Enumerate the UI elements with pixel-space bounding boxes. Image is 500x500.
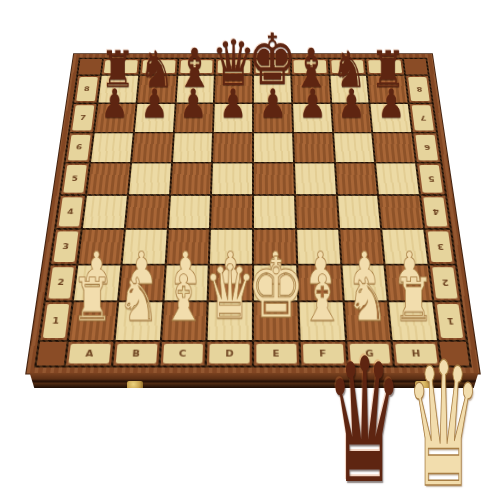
square-b5[interactable] — [129, 164, 171, 195]
coordinate-label: C — [162, 344, 203, 364]
brass-hinge-icon — [127, 381, 143, 390]
square-a7[interactable]: ♟ — [95, 104, 135, 132]
square-d5[interactable] — [212, 164, 252, 195]
light-king[interactable]: ♚ — [247, 246, 305, 330]
dark-pawn[interactable]: ♟ — [378, 84, 406, 124]
dark-pawn[interactable]: ♟ — [180, 84, 208, 124]
square-g7[interactable]: ♟ — [332, 104, 372, 132]
square-c6[interactable] — [173, 133, 213, 162]
square-c5[interactable] — [171, 164, 212, 195]
square-e6[interactable] — [254, 133, 293, 162]
coordinate-label: 5 — [63, 165, 86, 192]
dark-pawn[interactable]: ♟ — [298, 84, 326, 124]
square-a6[interactable] — [91, 133, 133, 162]
coordinate-label: 1 — [43, 304, 69, 338]
coordinate-label: 5 — [419, 165, 442, 192]
coordinate-label: 4 — [59, 197, 83, 226]
rank-label-right-5: 5 — [417, 164, 445, 195]
light-bishop[interactable]: ♝ — [162, 266, 207, 330]
coordinate-label: 4 — [423, 197, 447, 226]
rank-label-left-6: 6 — [66, 133, 93, 162]
rank-label-left-5: 5 — [61, 164, 89, 195]
square-a1[interactable]: ♜ — [69, 302, 117, 339]
square-f5[interactable] — [295, 164, 336, 195]
coordinate-label: 2 — [432, 267, 458, 299]
coordinate-label: 6 — [415, 134, 438, 160]
rank-label-right-7: 7 — [410, 104, 436, 132]
rank-label-right-3: 3 — [425, 230, 454, 264]
coordinate-label: 2 — [48, 267, 74, 299]
coordinate-label: 7 — [72, 105, 94, 130]
square-a4[interactable] — [83, 196, 127, 228]
coordinate-label: 3 — [428, 231, 453, 261]
file-label-bottom-a: A — [66, 342, 113, 366]
square-b4[interactable] — [126, 196, 169, 228]
rank-label-right-6: 6 — [413, 133, 440, 162]
square-d4[interactable] — [211, 196, 252, 228]
dark-pawn[interactable]: ♟ — [259, 84, 287, 124]
square-b7[interactable]: ♟ — [135, 104, 175, 132]
square-f4[interactable] — [296, 196, 338, 228]
frame-corner — [404, 59, 428, 74]
rank-label-left-7: 7 — [70, 104, 96, 132]
file-label-bottom-b: B — [113, 342, 159, 366]
coordinate-label: 7 — [412, 105, 434, 130]
rank-label-left-1: 1 — [40, 302, 71, 339]
square-c1[interactable]: ♝ — [162, 302, 207, 339]
dark-display-piece[interactable]: ♛ — [326, 336, 386, 500]
square-h6[interactable] — [373, 133, 415, 162]
square-c7[interactable]: ♟ — [174, 104, 213, 132]
coordinate-label: B — [115, 344, 157, 364]
coordinate-label: E — [256, 344, 296, 364]
dark-pawn[interactable]: ♟ — [140, 84, 168, 124]
dark-pawn[interactable]: ♟ — [101, 84, 129, 124]
dark-pawn[interactable]: ♟ — [338, 84, 366, 124]
square-e5[interactable] — [254, 164, 294, 195]
square-g6[interactable] — [334, 133, 375, 162]
coordinate-label: 8 — [76, 77, 98, 101]
square-g5[interactable] — [336, 164, 378, 195]
file-label-bottom-e: E — [254, 342, 299, 366]
square-a5[interactable] — [87, 164, 130, 195]
square-d6[interactable] — [213, 133, 252, 162]
square-e7[interactable]: ♟ — [254, 104, 292, 132]
rank-label-left-8: 8 — [74, 76, 100, 103]
square-d1[interactable]: ♛ — [208, 302, 252, 339]
square-d7[interactable]: ♟ — [214, 104, 252, 132]
coordinate-label: D — [209, 344, 249, 364]
square-f7[interactable]: ♟ — [293, 104, 332, 132]
square-h7[interactable]: ♟ — [371, 104, 411, 132]
light-display-piece[interactable]: ♛ — [405, 340, 465, 500]
file-label-bottom-c: C — [160, 342, 206, 366]
coordinate-label: 3 — [54, 231, 79, 261]
square-e4[interactable] — [254, 196, 295, 228]
coordinate-label: 8 — [408, 77, 430, 101]
file-label-bottom-d: D — [207, 342, 252, 366]
rank-label-right-4: 4 — [421, 196, 450, 228]
rank-label-left-4: 4 — [56, 196, 85, 228]
light-rook[interactable]: ♜ — [71, 271, 113, 330]
square-c4[interactable] — [168, 196, 210, 228]
square-b1[interactable]: ♞ — [115, 302, 161, 339]
coordinate-label: A — [68, 344, 110, 364]
square-h4[interactable] — [379, 196, 423, 228]
frame-corner — [78, 59, 102, 74]
square-f6[interactable] — [294, 133, 334, 162]
rank-label-left-3: 3 — [51, 230, 80, 264]
dark-pawn[interactable]: ♟ — [219, 84, 247, 124]
rank-label-right-8: 8 — [406, 76, 432, 103]
coordinate-label: 6 — [68, 134, 91, 160]
square-b6[interactable] — [132, 133, 173, 162]
light-knight[interactable]: ♞ — [117, 271, 159, 330]
chess-board: ABCDEFGH8♜♞♝♛♚♝♞♜87♟♟♟♟♟♟♟♟7665544332♟♟♟… — [34, 58, 472, 368]
square-h5[interactable] — [376, 164, 419, 195]
frame-corner — [37, 342, 67, 366]
square-g4[interactable] — [338, 196, 381, 228]
square-e1[interactable]: ♚ — [254, 302, 298, 339]
